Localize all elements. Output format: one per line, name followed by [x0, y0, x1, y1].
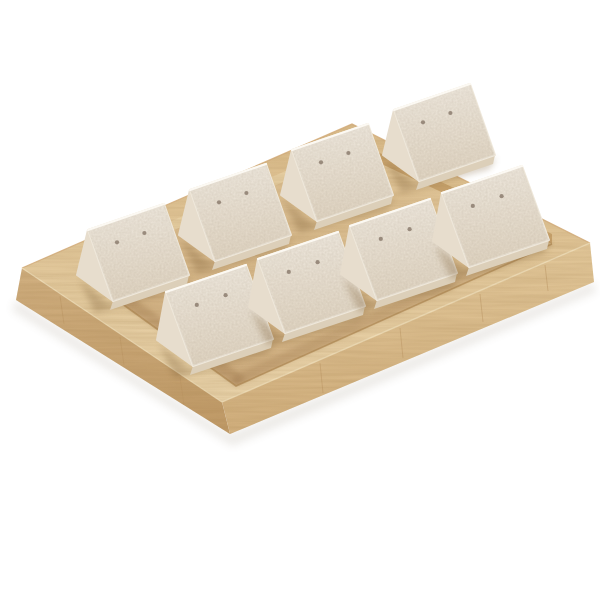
- earring-pad-4: [383, 84, 497, 193]
- pad-hole-right: [142, 231, 146, 235]
- earring-tray-photo: [0, 0, 600, 600]
- pad-hole-right: [500, 194, 504, 198]
- pad-hole-right: [448, 111, 452, 115]
- pad-hole-left: [115, 240, 119, 244]
- pad-hole-right: [408, 227, 412, 231]
- pad-hole-left: [421, 120, 425, 124]
- pad-hole-left: [217, 200, 221, 204]
- product-photo-stage: [0, 0, 600, 600]
- pad-hole-right: [346, 151, 350, 155]
- pad-hole-left: [379, 237, 383, 241]
- pad-hole-right: [244, 191, 248, 195]
- pad-hole-right: [224, 293, 228, 297]
- pad-hole-left: [471, 204, 475, 208]
- pad-hole-left: [287, 270, 291, 274]
- pad-hole-left: [319, 160, 323, 164]
- pad-hole-right: [316, 260, 320, 264]
- pad-hole-left: [195, 303, 199, 307]
